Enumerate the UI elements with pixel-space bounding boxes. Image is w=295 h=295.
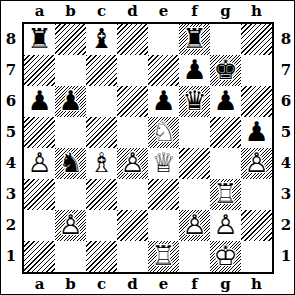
- square-b8[interactable]: [55, 24, 86, 55]
- rank-label-7: 7: [3, 55, 19, 86]
- white-pawn-outline-glyph: ♙: [210, 210, 241, 241]
- square-g8[interactable]: [210, 24, 241, 55]
- white-pawn-outline-glyph: ♙: [55, 210, 86, 241]
- square-a3[interactable]: [24, 179, 55, 210]
- file-label-f: f: [179, 3, 210, 20]
- square-a6[interactable]: ♟: [24, 86, 55, 117]
- square-d4[interactable]: ♟♙: [117, 148, 148, 179]
- black-queen-glyph: ♛: [179, 86, 210, 117]
- square-h1[interactable]: [241, 241, 272, 272]
- square-f1[interactable]: [179, 241, 210, 272]
- file-label-c: c: [86, 3, 117, 20]
- square-f4[interactable]: [179, 148, 210, 179]
- piece-white-rook[interactable]: ♜♖: [210, 179, 241, 210]
- file-label-h: h: [241, 276, 272, 293]
- square-d5[interactable]: [117, 117, 148, 148]
- square-d8[interactable]: [117, 24, 148, 55]
- black-rook-glyph: ♜: [24, 24, 55, 55]
- piece-white-pawn[interactable]: ♟♙: [24, 148, 55, 179]
- square-f5[interactable]: [179, 117, 210, 148]
- file-label-e: e: [148, 3, 179, 20]
- piece-black-pawn[interactable]: ♟: [24, 86, 55, 117]
- square-h7[interactable]: [241, 55, 272, 86]
- white-pawn-outline-glyph: ♙: [24, 148, 55, 179]
- square-c7[interactable]: [86, 55, 117, 86]
- square-g1[interactable]: ♚♔: [210, 241, 241, 272]
- square-h6[interactable]: [241, 86, 272, 117]
- square-b4[interactable]: ♞: [55, 148, 86, 179]
- rank-label-5: 5: [278, 117, 294, 148]
- square-e1[interactable]: ♜♖: [148, 241, 179, 272]
- piece-black-pawn[interactable]: ♟: [148, 86, 179, 117]
- square-a4[interactable]: ♟♙: [24, 148, 55, 179]
- black-pawn-glyph: ♟: [179, 55, 210, 86]
- square-b5[interactable]: [55, 117, 86, 148]
- square-b2[interactable]: ♟♙: [55, 210, 86, 241]
- square-f2[interactable]: ♟♙: [179, 210, 210, 241]
- file-label-a: a: [24, 276, 55, 293]
- square-g7[interactable]: ♚: [210, 55, 241, 86]
- square-c8[interactable]: ♝: [86, 24, 117, 55]
- square-e8[interactable]: [148, 24, 179, 55]
- file-label-g: g: [210, 276, 241, 293]
- square-g4[interactable]: [210, 148, 241, 179]
- chess-diagram: abcdefgh abcdefgh 87654321 87654321 ♜♝♜♟…: [0, 0, 295, 295]
- piece-black-king[interactable]: ♚: [210, 55, 241, 86]
- rank-label-4: 4: [278, 148, 294, 179]
- piece-white-pawn[interactable]: ♟♙: [241, 148, 272, 179]
- piece-black-queen[interactable]: ♛: [179, 86, 210, 117]
- chess-board: ♜♝♜♟♚♟♟♟♛♟♞♘♟♟♙♞♝♗♟♙♛♕♟♙♜♖♟♙♟♙♟♙♜♖♚♔: [22, 22, 274, 274]
- black-king-glyph: ♚: [210, 55, 241, 86]
- square-c2[interactable]: [86, 210, 117, 241]
- square-e3[interactable]: [148, 179, 179, 210]
- black-pawn-glyph: ♟: [148, 86, 179, 117]
- white-rook-outline-glyph: ♖: [148, 241, 179, 272]
- piece-white-pawn[interactable]: ♟♙: [179, 210, 210, 241]
- square-g6[interactable]: ♟: [210, 86, 241, 117]
- square-a1[interactable]: [24, 241, 55, 272]
- black-pawn-glyph: ♟: [55, 86, 86, 117]
- square-h3[interactable]: [241, 179, 272, 210]
- rank-label-8: 8: [3, 24, 19, 55]
- piece-white-pawn[interactable]: ♟♙: [55, 210, 86, 241]
- square-c1[interactable]: [86, 241, 117, 272]
- square-b3[interactable]: [55, 179, 86, 210]
- square-g5[interactable]: [210, 117, 241, 148]
- black-knight-glyph: ♞: [55, 148, 86, 179]
- rank-label-8: 8: [278, 24, 294, 55]
- white-queen-outline-glyph: ♕: [148, 148, 179, 179]
- white-knight-outline-glyph: ♘: [148, 117, 179, 148]
- square-d3[interactable]: [117, 179, 148, 210]
- square-h4[interactable]: ♟♙: [241, 148, 272, 179]
- piece-black-pawn[interactable]: ♟: [179, 55, 210, 86]
- square-b6[interactable]: ♟: [55, 86, 86, 117]
- file-label-b: b: [55, 3, 86, 20]
- piece-black-rook[interactable]: ♜: [24, 24, 55, 55]
- piece-white-pawn[interactable]: ♟♙: [117, 148, 148, 179]
- square-e6[interactable]: ♟: [148, 86, 179, 117]
- rank-label-4: 4: [3, 148, 19, 179]
- file-label-c: c: [86, 276, 117, 293]
- black-pawn-glyph: ♟: [241, 117, 272, 148]
- white-pawn-outline-glyph: ♙: [117, 148, 148, 179]
- rank-labels-right: 87654321: [278, 24, 294, 272]
- piece-white-pawn[interactable]: ♟♙: [210, 210, 241, 241]
- rank-label-1: 1: [278, 241, 294, 272]
- rank-label-2: 2: [278, 210, 294, 241]
- piece-black-bishop[interactable]: ♝: [86, 24, 117, 55]
- rank-label-6: 6: [278, 86, 294, 117]
- file-label-d: d: [117, 3, 148, 20]
- square-d6[interactable]: [117, 86, 148, 117]
- piece-white-king[interactable]: ♚♔: [210, 241, 241, 272]
- rank-label-6: 6: [3, 86, 19, 117]
- square-c5[interactable]: [86, 117, 117, 148]
- rank-label-3: 3: [3, 179, 19, 210]
- rank-labels-left: 87654321: [3, 24, 19, 272]
- piece-white-knight[interactable]: ♞♘: [148, 117, 179, 148]
- file-label-f: f: [179, 276, 210, 293]
- square-h5[interactable]: ♟: [241, 117, 272, 148]
- file-label-e: e: [148, 276, 179, 293]
- square-h8[interactable]: [241, 24, 272, 55]
- file-labels-top: abcdefgh: [24, 3, 272, 20]
- white-king-outline-glyph: ♔: [210, 241, 241, 272]
- square-a2[interactable]: [24, 210, 55, 241]
- square-d7[interactable]: [117, 55, 148, 86]
- square-e2[interactable]: [148, 210, 179, 241]
- piece-black-rook[interactable]: ♜: [179, 24, 210, 55]
- square-f7[interactable]: ♟: [179, 55, 210, 86]
- rank-label-1: 1: [3, 241, 19, 272]
- file-labels-bottom: abcdefgh: [24, 276, 272, 293]
- square-a8[interactable]: ♜: [24, 24, 55, 55]
- square-f6[interactable]: ♛: [179, 86, 210, 117]
- black-pawn-glyph: ♟: [210, 86, 241, 117]
- piece-black-pawn[interactable]: ♟: [55, 86, 86, 117]
- white-pawn-outline-glyph: ♙: [241, 148, 272, 179]
- file-label-g: g: [210, 3, 241, 20]
- square-d1[interactable]: [117, 241, 148, 272]
- file-label-h: h: [241, 3, 272, 20]
- piece-white-rook[interactable]: ♜♖: [148, 241, 179, 272]
- square-c4[interactable]: ♝♗: [86, 148, 117, 179]
- piece-black-pawn[interactable]: ♟: [241, 117, 272, 148]
- black-rook-glyph: ♜: [179, 24, 210, 55]
- rank-label-3: 3: [278, 179, 294, 210]
- piece-black-pawn[interactable]: ♟: [210, 86, 241, 117]
- file-label-d: d: [117, 276, 148, 293]
- file-label-b: b: [55, 276, 86, 293]
- square-e4[interactable]: ♛♕: [148, 148, 179, 179]
- square-e7[interactable]: [148, 55, 179, 86]
- rank-label-7: 7: [278, 55, 294, 86]
- white-rook-outline-glyph: ♖: [210, 179, 241, 210]
- rank-label-2: 2: [3, 210, 19, 241]
- white-bishop-outline-glyph: ♗: [86, 148, 117, 179]
- file-label-a: a: [24, 3, 55, 20]
- square-b7[interactable]: [55, 55, 86, 86]
- square-e5[interactable]: ♞♘: [148, 117, 179, 148]
- rank-label-5: 5: [3, 117, 19, 148]
- square-d2[interactable]: [117, 210, 148, 241]
- square-a7[interactable]: [24, 55, 55, 86]
- white-pawn-outline-glyph: ♙: [179, 210, 210, 241]
- square-c3[interactable]: [86, 179, 117, 210]
- piece-black-knight[interactable]: ♞: [55, 148, 86, 179]
- square-h2[interactable]: [241, 210, 272, 241]
- square-f8[interactable]: ♜: [179, 24, 210, 55]
- black-bishop-glyph: ♝: [86, 24, 117, 55]
- black-pawn-glyph: ♟: [24, 86, 55, 117]
- square-c6[interactable]: [86, 86, 117, 117]
- square-g2[interactable]: ♟♙: [210, 210, 241, 241]
- square-b1[interactable]: [55, 241, 86, 272]
- piece-white-queen[interactable]: ♛♕: [148, 148, 179, 179]
- square-g3[interactable]: ♜♖: [210, 179, 241, 210]
- square-a5[interactable]: [24, 117, 55, 148]
- piece-white-bishop[interactable]: ♝♗: [86, 148, 117, 179]
- square-f3[interactable]: [179, 179, 210, 210]
